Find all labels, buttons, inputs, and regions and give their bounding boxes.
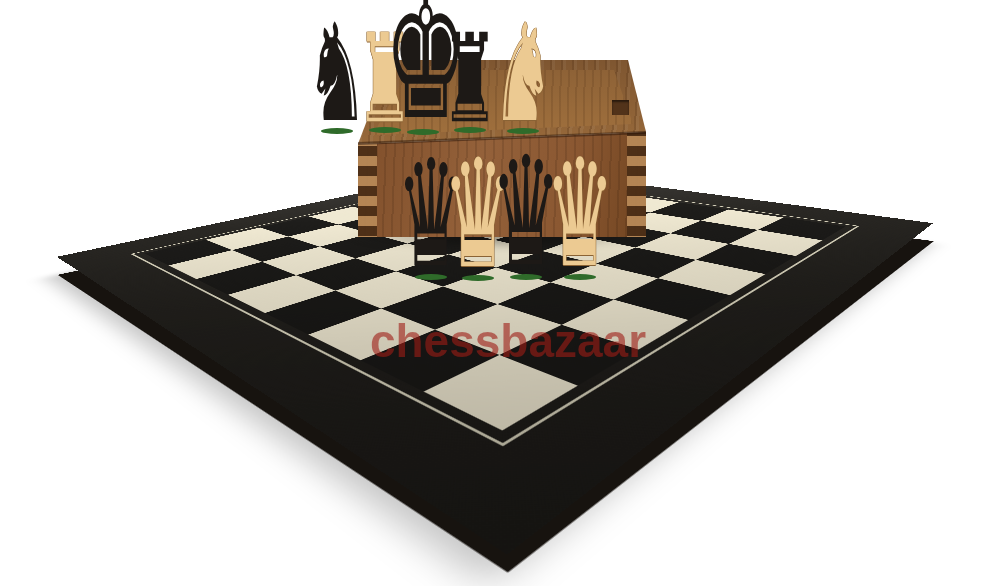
felt-base: [510, 274, 542, 280]
felt-base: [564, 274, 596, 280]
lid-finger-notch: [612, 100, 629, 115]
chess-piece-white-queen: ♛: [541, 139, 619, 288]
dovetail-joint-right: [627, 126, 646, 240]
chess-piece-white-knight: ♞: [484, 6, 562, 141]
product-photo-stage: chessbazaar ♞ ♜ ♚ ♜ ♞ ♛ ♛ ♛ ♛: [0, 0, 1000, 586]
watermark-text: chessbazaar: [348, 318, 668, 364]
